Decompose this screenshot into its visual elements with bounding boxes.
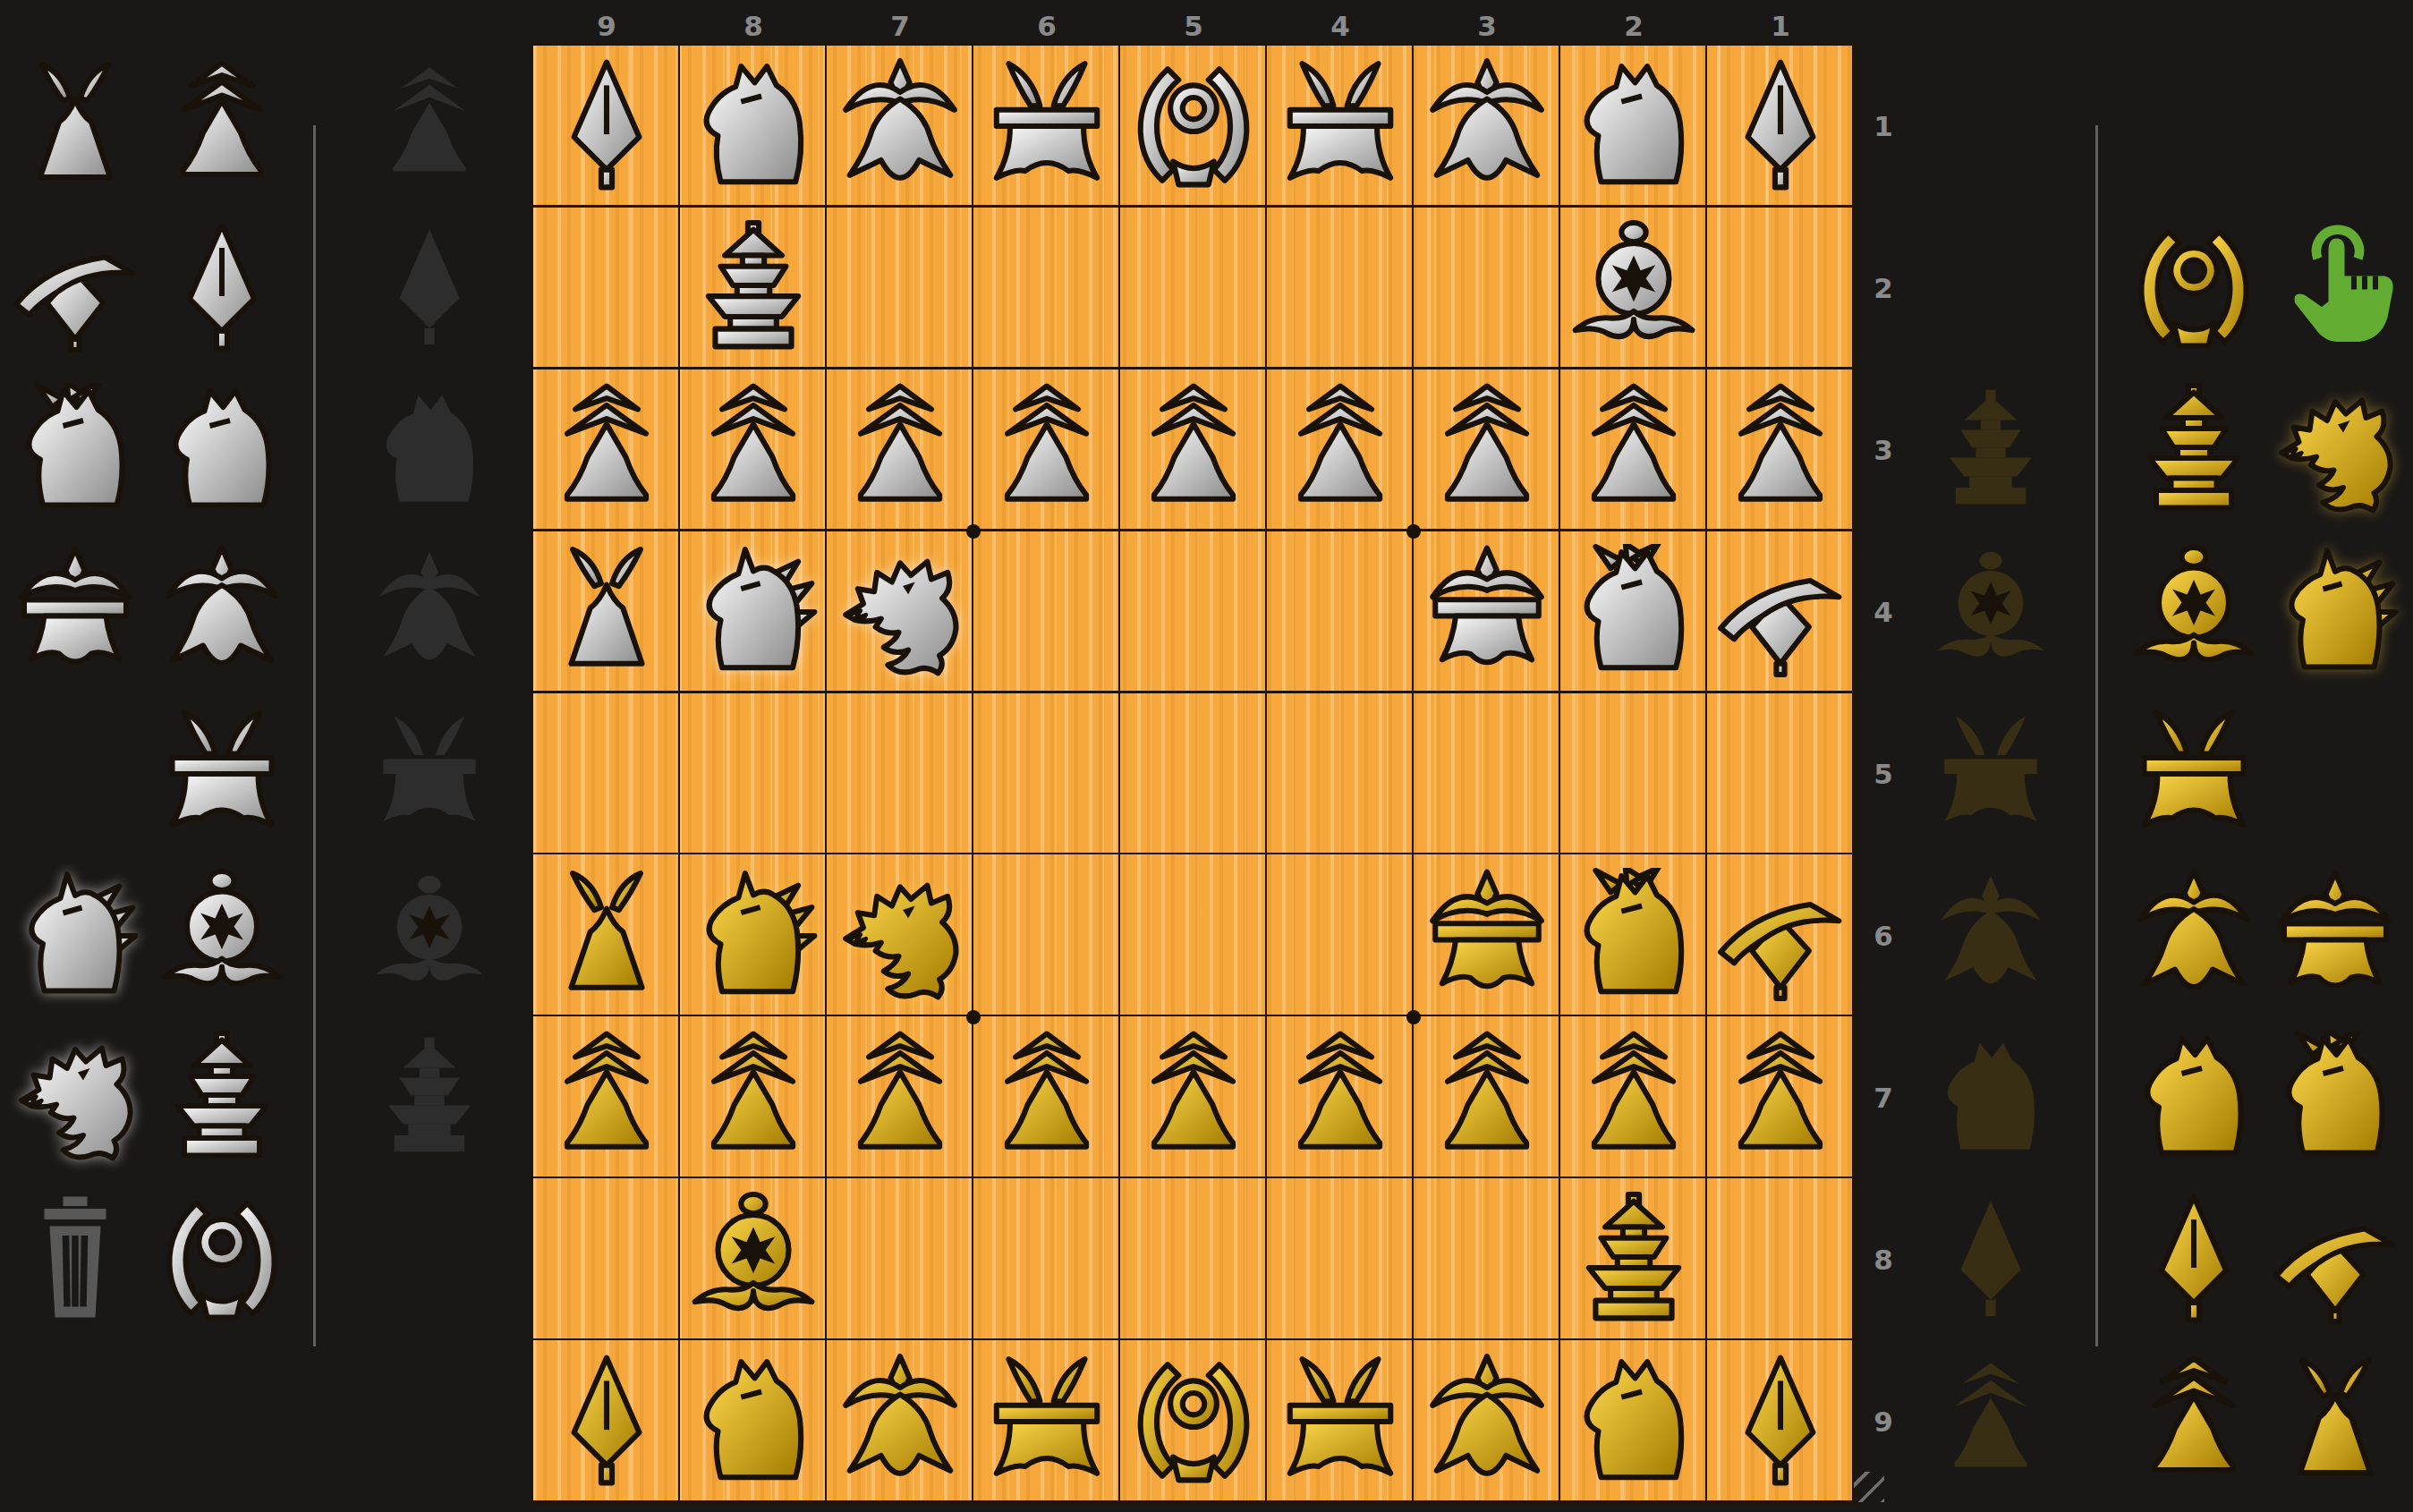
piece-gold-promoted-silver[interactable] bbox=[2268, 869, 2402, 1003]
palette-slot-S[interactable] bbox=[2122, 864, 2265, 1007]
rank-label-2: 2 bbox=[1863, 208, 1904, 370]
palette-slot-+P[interactable] bbox=[2264, 1350, 2407, 1493]
square-88[interactable] bbox=[680, 1178, 827, 1340]
square-19[interactable] bbox=[1707, 1340, 1854, 1502]
square-17[interactable] bbox=[1707, 1016, 1854, 1178]
piece-gold-pawn[interactable] bbox=[1566, 1030, 1702, 1166]
palette-slot-N[interactable] bbox=[2122, 1026, 2265, 1169]
piece-gold-pawn[interactable] bbox=[1126, 1030, 1262, 1166]
piece-silver-gold-general[interactable] bbox=[155, 707, 289, 841]
piece-faded-gold-bishop[interactable] bbox=[1928, 549, 2053, 675]
piece-silver-promoted-silver[interactable] bbox=[1419, 544, 1555, 680]
square-28[interactable] bbox=[1560, 1178, 1707, 1340]
palette-slot-+r[interactable] bbox=[4, 1026, 147, 1169]
trash-icon[interactable] bbox=[8, 1193, 142, 1327]
piece-silver-king[interactable] bbox=[155, 1193, 289, 1327]
square-84[interactable] bbox=[680, 531, 827, 693]
square-36[interactable] bbox=[1414, 854, 1560, 1016]
square-86[interactable] bbox=[680, 854, 827, 1016]
square-81[interactable] bbox=[680, 46, 827, 208]
square-25[interactable] bbox=[1560, 693, 1707, 855]
rank-label-5: 5 bbox=[1863, 693, 1904, 855]
square-89[interactable] bbox=[680, 1340, 827, 1502]
piece-silver-rook[interactable] bbox=[155, 1031, 289, 1165]
piece-silver-tokin[interactable] bbox=[8, 59, 142, 193]
palette-slot-r[interactable] bbox=[150, 1026, 293, 1169]
piece-gold-knight[interactable] bbox=[1566, 1354, 1702, 1490]
square-29[interactable] bbox=[1560, 1340, 1707, 1502]
file-label-1: 1 bbox=[1707, 9, 1854, 43]
square-94[interactable] bbox=[533, 531, 680, 693]
piece-gold-gold-general[interactable] bbox=[1272, 1354, 1408, 1490]
square-51[interactable] bbox=[1120, 46, 1267, 208]
palette-slot-+R[interactable] bbox=[2264, 378, 2407, 522]
piece-gold-knight[interactable] bbox=[2127, 1031, 2261, 1165]
square-58[interactable] bbox=[1120, 1178, 1267, 1340]
shogi-board bbox=[533, 46, 1854, 1502]
square-37[interactable] bbox=[1414, 1016, 1560, 1178]
piece-faded-gold-rook[interactable] bbox=[1928, 387, 2053, 513]
square-21[interactable] bbox=[1560, 46, 1707, 208]
shogi-board-editor: 987654321 123456789 bbox=[0, 0, 2413, 1512]
palette-slot-K[interactable] bbox=[2122, 217, 2265, 360]
piece-silver-king[interactable] bbox=[1126, 58, 1262, 194]
piece-silver-lance[interactable] bbox=[539, 58, 675, 194]
square-18[interactable] bbox=[1707, 1178, 1854, 1340]
piece-faded-silver-knight[interactable] bbox=[367, 387, 492, 513]
square-55[interactable] bbox=[1120, 693, 1267, 855]
piece-silver-knight[interactable] bbox=[685, 58, 821, 194]
star-point bbox=[966, 524, 981, 539]
palette-slot-+L[interactable] bbox=[2264, 1188, 2407, 1331]
square-96[interactable] bbox=[533, 854, 680, 1016]
square-35[interactable] bbox=[1414, 693, 1560, 855]
piece-silver-promoted-silver[interactable] bbox=[8, 545, 142, 679]
square-14[interactable] bbox=[1707, 531, 1854, 693]
piece-faded-gold-pawn[interactable] bbox=[1928, 1359, 2053, 1484]
piece-faded-silver-silver-general[interactable] bbox=[367, 549, 492, 675]
piece-gold-silver-general[interactable] bbox=[1419, 1354, 1555, 1490]
rank-label-4: 4 bbox=[1863, 531, 1904, 693]
square-77[interactable] bbox=[827, 1016, 973, 1178]
square-76[interactable] bbox=[827, 854, 973, 1016]
square-69[interactable] bbox=[973, 1340, 1120, 1502]
square-16[interactable] bbox=[1707, 854, 1854, 1016]
square-68[interactable] bbox=[973, 1178, 1120, 1340]
square-22[interactable] bbox=[1560, 208, 1707, 370]
file-label-4: 4 bbox=[1267, 9, 1414, 43]
square-73[interactable] bbox=[827, 370, 973, 531]
square-59[interactable] bbox=[1120, 1340, 1267, 1502]
piece-faded-gold-lance[interactable] bbox=[1928, 1197, 2053, 1322]
piece-silver-tokin[interactable] bbox=[539, 544, 675, 680]
piece-faded-gold-silver-general[interactable] bbox=[1928, 873, 2053, 998]
piece-gold-tokin[interactable] bbox=[2268, 1355, 2402, 1489]
square-53[interactable] bbox=[1120, 370, 1267, 531]
square-47[interactable] bbox=[1267, 1016, 1414, 1178]
square-57[interactable] bbox=[1120, 1016, 1267, 1178]
tray-slot-B[interactable] bbox=[1924, 545, 2058, 679]
tray-slot-l[interactable] bbox=[362, 221, 497, 355]
square-48[interactable] bbox=[1267, 1178, 1414, 1340]
palette-slot-s[interactable] bbox=[150, 540, 293, 684]
square-87[interactable] bbox=[680, 1016, 827, 1178]
piece-silver-promoted-lance[interactable] bbox=[1712, 544, 1848, 680]
square-92[interactable] bbox=[533, 208, 680, 370]
piece-gold-pawn[interactable] bbox=[1419, 1030, 1555, 1166]
square-91[interactable] bbox=[533, 46, 680, 208]
piece-silver-pawn[interactable] bbox=[539, 382, 675, 518]
piece-gold-promoted-lance[interactable] bbox=[2268, 1193, 2402, 1327]
piece-gold-promoted-rook-dragon[interactable] bbox=[2268, 383, 2402, 517]
piece-gold-silver-general[interactable] bbox=[832, 1354, 968, 1490]
square-74[interactable] bbox=[827, 531, 973, 693]
piece-gold-lance[interactable] bbox=[1712, 1354, 1848, 1490]
square-67[interactable] bbox=[973, 1016, 1120, 1178]
tray-slot-r[interactable] bbox=[362, 1031, 497, 1165]
tray-slot-N[interactable] bbox=[1924, 1031, 2058, 1165]
piece-gold-pawn[interactable] bbox=[979, 1030, 1115, 1166]
square-43[interactable] bbox=[1267, 370, 1414, 531]
piece-silver-rook[interactable] bbox=[685, 220, 821, 356]
piece-silver-pawn[interactable] bbox=[979, 382, 1115, 518]
piece-silver-promoted-rook-dragon[interactable] bbox=[8, 1031, 142, 1165]
file-label-2: 2 bbox=[1560, 9, 1707, 43]
tray-slot-n[interactable] bbox=[362, 383, 497, 517]
palette-slot-+p[interactable] bbox=[4, 55, 147, 198]
tray-slot-s[interactable] bbox=[362, 545, 497, 679]
palette-slot-k[interactable] bbox=[150, 1188, 293, 1331]
piece-silver-knight[interactable] bbox=[1566, 58, 1702, 194]
palette-slot-n[interactable] bbox=[150, 378, 293, 522]
square-95[interactable] bbox=[533, 693, 680, 855]
square-41[interactable] bbox=[1267, 46, 1414, 208]
tray-slot-R[interactable] bbox=[1924, 383, 2058, 517]
palette-slot-p[interactable] bbox=[150, 55, 293, 198]
tray-slot-g[interactable] bbox=[362, 707, 497, 841]
piece-gold-gold-general[interactable] bbox=[2127, 707, 2261, 841]
piece-silver-pawn[interactable] bbox=[685, 382, 821, 518]
piece-silver-pawn[interactable] bbox=[1272, 382, 1408, 518]
piece-gold-pawn[interactable] bbox=[685, 1030, 821, 1166]
square-52[interactable] bbox=[1120, 208, 1267, 370]
file-labels: 987654321 bbox=[533, 9, 1854, 43]
rank-label-8: 8 bbox=[1863, 1178, 1904, 1340]
rank-label-3: 3 bbox=[1863, 370, 1904, 531]
square-83[interactable] bbox=[680, 370, 827, 531]
file-label-8: 8 bbox=[680, 9, 827, 43]
square-65[interactable] bbox=[973, 693, 1120, 855]
piece-gold-pawn[interactable] bbox=[832, 1030, 968, 1166]
right-panel-separator bbox=[2095, 125, 2098, 1346]
piece-silver-promoted-rook-dragon[interactable] bbox=[832, 544, 968, 680]
rank-label-9: 9 bbox=[1863, 1340, 1904, 1502]
piece-faded-gold-gold-general[interactable] bbox=[1928, 711, 2053, 837]
piece-gold-promoted-bishop-horse[interactable] bbox=[2268, 545, 2402, 679]
square-12[interactable] bbox=[1707, 208, 1854, 370]
piece-faded-silver-gold-general[interactable] bbox=[367, 711, 492, 837]
piece-gold-promoted-knight[interactable] bbox=[2268, 1031, 2402, 1165]
piece-silver-bishop[interactable] bbox=[155, 869, 289, 1003]
piece-gold-tokin[interactable] bbox=[539, 868, 675, 1004]
palette-slot-+n[interactable] bbox=[4, 378, 147, 522]
piece-gold-pawn[interactable] bbox=[1712, 1030, 1848, 1166]
file-label-5: 5 bbox=[1120, 9, 1267, 43]
hand-cursor-icon[interactable] bbox=[2268, 221, 2402, 355]
piece-silver-silver-general[interactable] bbox=[1419, 58, 1555, 194]
palette-slot-R[interactable] bbox=[2122, 378, 2265, 522]
palette-slot-delete-tool[interactable] bbox=[4, 1188, 147, 1331]
piece-gold-bishop[interactable] bbox=[685, 1192, 821, 1328]
piece-silver-knight[interactable] bbox=[155, 383, 289, 517]
square-13[interactable] bbox=[1707, 370, 1854, 531]
palette-slot-b[interactable] bbox=[150, 864, 293, 1007]
square-61[interactable] bbox=[973, 46, 1120, 208]
square-46[interactable] bbox=[1267, 854, 1414, 1016]
piece-silver-promoted-lance[interactable] bbox=[8, 221, 142, 355]
rank-label-1: 1 bbox=[1863, 46, 1904, 208]
square-66[interactable] bbox=[973, 854, 1120, 1016]
piece-gold-pawn[interactable] bbox=[2127, 1355, 2261, 1489]
palette-slot-l[interactable] bbox=[150, 217, 293, 360]
piece-silver-promoted-bishop-horse[interactable] bbox=[685, 544, 821, 680]
piece-gold-king[interactable] bbox=[1126, 1354, 1262, 1490]
square-32[interactable] bbox=[1414, 208, 1560, 370]
piece-silver-gold-general[interactable] bbox=[1272, 58, 1408, 194]
square-72[interactable] bbox=[827, 208, 973, 370]
left-panel-separator bbox=[313, 125, 316, 1346]
square-75[interactable] bbox=[827, 693, 973, 855]
file-label-7: 7 bbox=[827, 9, 973, 43]
square-99[interactable] bbox=[533, 1340, 680, 1502]
piece-faded-silver-bishop[interactable] bbox=[367, 873, 492, 998]
piece-gold-promoted-knight[interactable] bbox=[1566, 868, 1702, 1004]
square-42[interactable] bbox=[1267, 208, 1414, 370]
rank-label-7: 7 bbox=[1863, 1016, 1904, 1178]
square-39[interactable] bbox=[1414, 1340, 1560, 1502]
square-26[interactable] bbox=[1560, 854, 1707, 1016]
tray-slot-p[interactable] bbox=[362, 59, 497, 193]
piece-silver-pawn[interactable] bbox=[1126, 382, 1262, 518]
palette-slot-B[interactable] bbox=[2122, 540, 2265, 684]
piece-silver-gold-general[interactable] bbox=[979, 58, 1115, 194]
square-62[interactable] bbox=[973, 208, 1120, 370]
palette-slot-P[interactable] bbox=[2122, 1350, 2265, 1493]
piece-gold-rook[interactable] bbox=[1566, 1192, 1702, 1328]
tray-slot-G[interactable] bbox=[1924, 707, 2058, 841]
square-44[interactable] bbox=[1267, 531, 1414, 693]
tray-slot-S[interactable] bbox=[1924, 869, 2058, 1003]
piece-silver-silver-general[interactable] bbox=[155, 545, 289, 679]
palette-slot-L[interactable] bbox=[2122, 1188, 2265, 1331]
palette-slot-+s[interactable] bbox=[4, 540, 147, 684]
piece-gold-lance[interactable] bbox=[539, 1354, 675, 1490]
square-71[interactable] bbox=[827, 46, 973, 208]
piece-gold-bishop[interactable] bbox=[2127, 545, 2261, 679]
piece-faded-silver-rook[interactable] bbox=[367, 1035, 492, 1160]
star-point bbox=[966, 1010, 981, 1024]
palette-slot-+b[interactable] bbox=[4, 864, 147, 1007]
square-45[interactable] bbox=[1267, 693, 1414, 855]
square-93[interactable] bbox=[533, 370, 680, 531]
piece-silver-promoted-knight[interactable] bbox=[1566, 544, 1702, 680]
square-63[interactable] bbox=[973, 370, 1120, 531]
tray-slot-P[interactable] bbox=[1924, 1355, 2058, 1489]
square-24[interactable] bbox=[1560, 531, 1707, 693]
piece-silver-pawn[interactable] bbox=[1419, 382, 1555, 518]
piece-gold-promoted-silver[interactable] bbox=[1419, 868, 1555, 1004]
piece-silver-pawn[interactable] bbox=[155, 59, 289, 193]
piece-faded-gold-knight[interactable] bbox=[1928, 1035, 2053, 1160]
piece-faded-silver-lance[interactable] bbox=[367, 225, 492, 351]
piece-silver-pawn[interactable] bbox=[832, 382, 968, 518]
file-label-9: 9 bbox=[533, 9, 680, 43]
palette-slot-+l[interactable] bbox=[4, 217, 147, 360]
tray-slot-b[interactable] bbox=[362, 869, 497, 1003]
piece-silver-lance[interactable] bbox=[155, 221, 289, 355]
piece-gold-promoted-rook-dragon[interactable] bbox=[832, 868, 968, 1004]
piece-gold-gold-general[interactable] bbox=[979, 1354, 1115, 1490]
palette-slot-+B[interactable] bbox=[2264, 540, 2407, 684]
piece-gold-promoted-lance[interactable] bbox=[1712, 868, 1848, 1004]
rank-labels: 123456789 bbox=[1863, 46, 1904, 1502]
piece-silver-pawn[interactable] bbox=[1566, 382, 1702, 518]
piece-silver-promoted-knight[interactable] bbox=[8, 383, 142, 517]
palette-slot-+N[interactable] bbox=[2264, 1026, 2407, 1169]
square-79[interactable] bbox=[827, 1340, 973, 1502]
piece-faded-silver-pawn[interactable] bbox=[367, 64, 492, 189]
square-97[interactable] bbox=[533, 1016, 680, 1178]
palette-slot-G[interactable] bbox=[2122, 702, 2265, 845]
square-31[interactable] bbox=[1414, 46, 1560, 208]
square-38[interactable] bbox=[1414, 1178, 1560, 1340]
piece-silver-silver-general[interactable] bbox=[832, 58, 968, 194]
piece-gold-pawn[interactable] bbox=[1272, 1030, 1408, 1166]
palette-slot-g[interactable] bbox=[150, 702, 293, 845]
square-33[interactable] bbox=[1414, 370, 1560, 531]
square-15[interactable] bbox=[1707, 693, 1854, 855]
palette-slot-select-tool[interactable] bbox=[2264, 217, 2407, 360]
file-label-3: 3 bbox=[1414, 9, 1560, 43]
piece-gold-promoted-bishop-horse[interactable] bbox=[685, 868, 821, 1004]
square-11[interactable] bbox=[1707, 46, 1854, 208]
square-82[interactable] bbox=[680, 208, 827, 370]
square-54[interactable] bbox=[1120, 531, 1267, 693]
piece-silver-promoted-bishop-horse[interactable] bbox=[8, 869, 142, 1003]
piece-gold-knight[interactable] bbox=[685, 1354, 821, 1490]
piece-silver-bishop[interactable] bbox=[1566, 220, 1702, 356]
tray-slot-L[interactable] bbox=[1924, 1193, 2058, 1327]
piece-silver-lance[interactable] bbox=[1712, 58, 1848, 194]
palette-slot-+S[interactable] bbox=[2264, 864, 2407, 1007]
star-point bbox=[1406, 1010, 1421, 1024]
square-34[interactable] bbox=[1414, 531, 1560, 693]
square-56[interactable] bbox=[1120, 854, 1267, 1016]
square-27[interactable] bbox=[1560, 1016, 1707, 1178]
piece-gold-pawn[interactable] bbox=[539, 1030, 675, 1166]
piece-gold-rook[interactable] bbox=[2127, 383, 2261, 517]
square-78[interactable] bbox=[827, 1178, 973, 1340]
star-point bbox=[1406, 524, 1421, 539]
file-label-6: 6 bbox=[973, 9, 1120, 43]
piece-gold-king[interactable] bbox=[2127, 221, 2261, 355]
piece-silver-pawn[interactable] bbox=[1712, 382, 1848, 518]
square-85[interactable] bbox=[680, 693, 827, 855]
square-49[interactable] bbox=[1267, 1340, 1414, 1502]
rank-label-6: 6 bbox=[1863, 854, 1904, 1016]
piece-gold-lance[interactable] bbox=[2127, 1193, 2261, 1327]
piece-gold-silver-general[interactable] bbox=[2127, 869, 2261, 1003]
square-98[interactable] bbox=[533, 1178, 680, 1340]
square-64[interactable] bbox=[973, 531, 1120, 693]
square-23[interactable] bbox=[1560, 370, 1707, 531]
